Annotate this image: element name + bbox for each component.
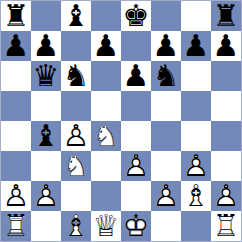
square-b8[interactable] xyxy=(31,1,61,31)
black-piece-fill-layer: ♟ xyxy=(181,31,211,61)
square-a8[interactable]: ♜ xyxy=(1,1,31,31)
square-f7[interactable]: ♟ xyxy=(151,31,181,61)
white-piece-fill-layer: ♟ xyxy=(1,181,31,211)
black-piece-fill-layer: ♜ xyxy=(1,1,31,31)
square-h5[interactable] xyxy=(211,91,241,121)
white-piece-fill-layer: ♝ xyxy=(61,211,91,241)
white-piece-fill-layer: ♚ xyxy=(121,211,151,241)
square-g3[interactable]: ♟♙ xyxy=(181,151,211,181)
black-piece-fill-layer: ♟ xyxy=(211,31,241,61)
white-piece-outline-layer: ♙ xyxy=(1,181,31,211)
square-h4[interactable] xyxy=(211,121,241,151)
white-piece-fill-layer: ♞ xyxy=(91,121,121,151)
square-f6[interactable]: ♞ xyxy=(151,61,181,91)
piece-white-queen-d1[interactable]: ♛♕ xyxy=(91,211,121,241)
piece-black-king-e8[interactable]: ♚ xyxy=(121,1,151,31)
white-piece-outline-layer: ♗ xyxy=(181,181,211,211)
white-piece-outline-layer: ♙ xyxy=(181,151,211,181)
piece-black-rook-h8[interactable]: ♜ xyxy=(211,1,241,31)
square-g1[interactable] xyxy=(181,211,211,241)
piece-white-pawn-e3[interactable]: ♟♙ xyxy=(121,151,151,181)
square-g5[interactable] xyxy=(181,91,211,121)
square-f8[interactable] xyxy=(151,1,181,31)
square-e3[interactable]: ♟♙ xyxy=(121,151,151,181)
square-c3[interactable]: ♞♘ xyxy=(61,151,91,181)
square-d8[interactable] xyxy=(91,1,121,31)
piece-black-bishop-b4[interactable]: ♝ xyxy=(31,121,61,151)
piece-white-pawn-g3[interactable]: ♟♙ xyxy=(181,151,211,181)
piece-black-pawn-g7[interactable]: ♟ xyxy=(181,31,211,61)
square-b3[interactable] xyxy=(31,151,61,181)
piece-black-pawn-a7[interactable]: ♟ xyxy=(1,31,31,61)
square-b2[interactable]: ♟♙ xyxy=(31,181,61,211)
piece-white-pawn-h2[interactable]: ♟♙ xyxy=(211,181,241,211)
square-f3[interactable] xyxy=(151,151,181,181)
piece-white-pawn-a2[interactable]: ♟♙ xyxy=(1,181,31,211)
square-a5[interactable] xyxy=(1,91,31,121)
square-e7[interactable] xyxy=(121,31,151,61)
piece-black-bishop-c8[interactable]: ♝ xyxy=(61,1,91,31)
square-d3[interactable] xyxy=(91,151,121,181)
piece-black-knight-f6[interactable]: ♞ xyxy=(151,61,181,91)
piece-white-pawn-f2[interactable]: ♟♙ xyxy=(151,181,181,211)
piece-white-bishop-g2[interactable]: ♝♗ xyxy=(181,181,211,211)
white-piece-fill-layer: ♞ xyxy=(61,151,91,181)
white-piece-outline-layer: ♙ xyxy=(151,181,181,211)
white-piece-fill-layer: ♟ xyxy=(181,151,211,181)
black-piece-fill-layer: ♟ xyxy=(151,31,181,61)
square-h1[interactable]: ♜♖ xyxy=(211,211,241,241)
square-b6[interactable]: ♛ xyxy=(31,61,61,91)
white-piece-fill-layer: ♝ xyxy=(181,181,211,211)
square-d2[interactable] xyxy=(91,181,121,211)
square-h6[interactable] xyxy=(211,61,241,91)
square-c5[interactable] xyxy=(61,91,91,121)
white-piece-fill-layer: ♟ xyxy=(61,121,91,151)
piece-black-pawn-b7[interactable]: ♟ xyxy=(31,31,61,61)
square-e6[interactable]: ♟ xyxy=(121,61,151,91)
white-piece-outline-layer: ♙ xyxy=(31,181,61,211)
piece-black-knight-c6[interactable]: ♞ xyxy=(61,61,91,91)
square-c8[interactable]: ♝ xyxy=(61,1,91,31)
square-c2[interactable] xyxy=(61,181,91,211)
piece-white-bishop-c1[interactable]: ♝♗ xyxy=(61,211,91,241)
black-piece-fill-layer: ♜ xyxy=(211,1,241,31)
square-f2[interactable]: ♟♙ xyxy=(151,181,181,211)
piece-black-queen-b6[interactable]: ♛ xyxy=(31,61,61,91)
square-g8[interactable] xyxy=(181,1,211,31)
white-piece-outline-layer: ♙ xyxy=(211,181,241,211)
white-piece-outline-layer: ♖ xyxy=(211,211,241,241)
square-c7[interactable] xyxy=(61,31,91,61)
square-f1[interactable] xyxy=(151,211,181,241)
square-b1[interactable] xyxy=(31,211,61,241)
square-d4[interactable]: ♞♘ xyxy=(91,121,121,151)
square-c6[interactable]: ♞ xyxy=(61,61,91,91)
white-piece-outline-layer: ♗ xyxy=(61,211,91,241)
black-piece-fill-layer: ♚ xyxy=(121,1,151,31)
square-g6[interactable] xyxy=(181,61,211,91)
black-piece-fill-layer: ♝ xyxy=(61,1,91,31)
square-b5[interactable] xyxy=(31,91,61,121)
white-piece-outline-layer: ♙ xyxy=(121,151,151,181)
white-piece-outline-layer: ♔ xyxy=(121,211,151,241)
square-e8[interactable]: ♚ xyxy=(121,1,151,31)
square-e1[interactable]: ♚♔ xyxy=(121,211,151,241)
square-h3[interactable] xyxy=(211,151,241,181)
white-piece-fill-layer: ♟ xyxy=(151,181,181,211)
square-c1[interactable]: ♝♗ xyxy=(61,211,91,241)
white-piece-outline-layer: ♖ xyxy=(1,211,31,241)
square-d5[interactable] xyxy=(91,91,121,121)
white-piece-outline-layer: ♘ xyxy=(61,151,91,181)
square-g7[interactable]: ♟ xyxy=(181,31,211,61)
square-b4[interactable]: ♝ xyxy=(31,121,61,151)
piece-black-rook-a8[interactable]: ♜ xyxy=(1,1,31,31)
black-piece-fill-layer: ♟ xyxy=(31,31,61,61)
white-piece-fill-layer: ♜ xyxy=(211,211,241,241)
square-a7[interactable]: ♟ xyxy=(1,31,31,61)
piece-white-rook-h1[interactable]: ♜♖ xyxy=(211,211,241,241)
square-g4[interactable] xyxy=(181,121,211,151)
white-piece-fill-layer: ♟ xyxy=(211,181,241,211)
black-piece-fill-layer: ♞ xyxy=(61,61,91,91)
piece-white-knight-c3[interactable]: ♞♘ xyxy=(61,151,91,181)
black-piece-fill-layer: ♛ xyxy=(31,61,61,91)
square-a4[interactable] xyxy=(1,121,31,151)
square-f5[interactable] xyxy=(151,91,181,121)
square-h2[interactable]: ♟♙ xyxy=(211,181,241,211)
square-d7[interactable]: ♟ xyxy=(91,31,121,61)
white-piece-fill-layer: ♜ xyxy=(1,211,31,241)
square-a6[interactable] xyxy=(1,61,31,91)
black-piece-fill-layer: ♟ xyxy=(1,31,31,61)
square-h8[interactable]: ♜ xyxy=(211,1,241,31)
black-piece-fill-layer: ♝ xyxy=(31,121,61,151)
piece-white-rook-a1[interactable]: ♜♖ xyxy=(1,211,31,241)
square-a2[interactable]: ♟♙ xyxy=(1,181,31,211)
piece-black-pawn-e6[interactable]: ♟ xyxy=(121,61,151,91)
square-f4[interactable] xyxy=(151,121,181,151)
white-piece-fill-layer: ♟ xyxy=(121,151,151,181)
piece-black-pawn-d7[interactable]: ♟ xyxy=(91,31,121,61)
square-d1[interactable]: ♛♕ xyxy=(91,211,121,241)
square-a3[interactable] xyxy=(1,151,31,181)
black-piece-fill-layer: ♟ xyxy=(91,31,121,61)
square-e4[interactable] xyxy=(121,121,151,151)
piece-white-pawn-b2[interactable]: ♟♙ xyxy=(31,181,61,211)
white-piece-outline-layer: ♘ xyxy=(91,121,121,151)
square-b7[interactable]: ♟ xyxy=(31,31,61,61)
white-piece-fill-layer: ♛ xyxy=(91,211,121,241)
square-c4[interactable]: ♟♙ xyxy=(61,121,91,151)
piece-white-knight-d4[interactable]: ♞♘ xyxy=(91,121,121,151)
white-piece-outline-layer: ♙ xyxy=(61,121,91,151)
piece-white-king-e1[interactable]: ♚♔ xyxy=(121,211,151,241)
black-piece-fill-layer: ♟ xyxy=(121,61,151,91)
piece-black-pawn-f7[interactable]: ♟ xyxy=(151,31,181,61)
white-piece-fill-layer: ♟ xyxy=(31,181,61,211)
square-g2[interactable]: ♝♗ xyxy=(181,181,211,211)
piece-white-pawn-c4[interactable]: ♟♙ xyxy=(61,121,91,151)
piece-black-pawn-h7[interactable]: ♟ xyxy=(211,31,241,61)
black-piece-fill-layer: ♞ xyxy=(151,61,181,91)
square-h7[interactable]: ♟ xyxy=(211,31,241,61)
chess-board[interactable]: ♜♝♚♜♟♟♟♟♟♟♛♞♟♞♝♟♙♞♘♞♘♟♙♟♙♟♙♟♙♟♙♝♗♟♙♜♖♝♗♛… xyxy=(0,0,242,242)
square-d6[interactable] xyxy=(91,61,121,91)
white-piece-outline-layer: ♕ xyxy=(91,211,121,241)
square-e2[interactable] xyxy=(121,181,151,211)
square-e5[interactable] xyxy=(121,91,151,121)
square-a1[interactable]: ♜♖ xyxy=(1,211,31,241)
